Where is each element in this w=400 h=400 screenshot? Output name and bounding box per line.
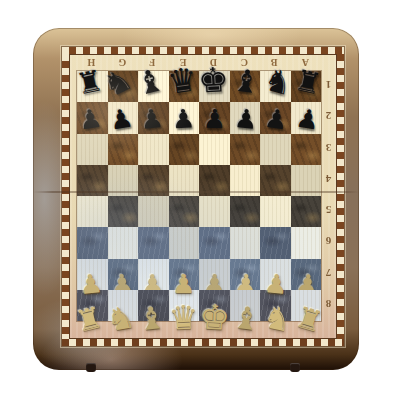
square-b4 [260,165,291,196]
piece-white-knight: ♞ [104,301,137,336]
square-a5 [291,196,322,227]
square-b5 [260,196,291,227]
square-d8: ♚ [199,290,230,321]
square-d2: ♟ [199,102,230,133]
piece-white-bishop: ♝ [137,302,168,336]
square-h5 [77,196,108,227]
square-a7: ♟ [291,259,322,290]
file-label-e: E [168,56,199,69]
square-b6 [260,227,291,258]
square-f2: ♟ [138,102,169,133]
rank-label-3: 3 [321,133,336,164]
piece-black-bishop: ♝ [133,64,167,101]
square-f5 [138,196,169,227]
hinge-clasp-left [86,363,96,372]
square-e3 [169,134,200,165]
square-f4 [138,165,169,196]
square-d4 [199,165,230,196]
square-b2: ♟ [260,102,291,133]
piece-black-pawn: ♟ [107,104,134,134]
square-c6 [230,227,261,258]
playing-field: HGFEDCBA 12345678 ♜♞♝♛♚♝♞♜♟♟♟♟♟♟♟♟♟♟♟♟♟♟… [70,55,336,338]
piece-black-pawn: ♟ [263,104,290,133]
inlay-border-left [62,54,70,339]
square-d7: ♟ [199,259,230,290]
square-b1: ♞ [260,71,291,102]
square-c5 [230,196,261,227]
square-g1: ♞ [108,71,139,102]
piece-white-king: ♚ [199,299,231,335]
square-e6 [169,227,200,258]
inlay-border-right [336,54,344,339]
square-d1: ♚ [199,71,230,102]
square-c2: ♟ [230,102,261,133]
square-h6 [77,227,108,258]
square-d3 [199,134,230,165]
square-h8: ♜ [77,290,108,321]
square-c8: ♝ [230,290,261,321]
rank-label-1: 1 [321,70,336,101]
square-a4 [291,165,322,196]
square-b7: ♟ [260,259,291,290]
file-label-f: F [137,56,168,69]
square-g3 [108,134,139,165]
square-h1: ♜ [77,71,108,102]
piece-black-pawn: ♟ [294,104,321,134]
board-grid: ♜♞♝♛♚♝♞♜♟♟♟♟♟♟♟♟♟♟♟♟♟♟♟♟♜♞♝♛♚♝♞♜ [76,70,322,322]
inlay-border-top [62,47,344,55]
square-h2: ♟ [77,102,108,133]
file-label-d: D [198,56,229,69]
file-label-g: G [107,56,138,69]
file-label-b: B [259,56,290,69]
square-a6 [291,227,322,258]
hinge-clasp-right [290,363,300,372]
product-photo: HGFEDCBA 12345678 ♜♞♝♛♚♝♞♜♟♟♟♟♟♟♟♟♟♟♟♟♟♟… [0,0,400,400]
piece-black-pawn: ♟ [171,105,196,132]
square-c1: ♝ [230,71,261,102]
square-g4 [108,165,139,196]
square-e5 [169,196,200,227]
square-e1: ♛ [169,71,200,102]
file-label-h: H [76,56,107,69]
rank-label-6: 6 [321,226,336,257]
square-g6 [108,227,139,258]
square-e2: ♟ [169,102,200,133]
square-f7: ♟ [138,259,169,290]
square-e8: ♛ [169,290,200,321]
inlaid-panel: HGFEDCBA 12345678 ♜♞♝♛♚♝♞♜♟♟♟♟♟♟♟♟♟♟♟♟♟♟… [62,47,344,346]
square-g7: ♟ [108,259,139,290]
square-f6 [138,227,169,258]
file-label-c: C [229,56,260,69]
piece-black-pawn: ♟ [233,105,258,133]
square-f3 [138,134,169,165]
square-h4 [77,165,108,196]
piece-black-pawn: ♟ [202,105,226,132]
square-c7: ♟ [230,259,261,290]
square-f8: ♝ [138,290,169,321]
square-c4 [230,165,261,196]
piece-black-rook: ♜ [74,66,105,100]
square-a8: ♜ [291,290,322,321]
square-c3 [230,134,261,165]
square-e4 [169,165,200,196]
file-label-a: A [290,56,321,69]
square-h7: ♟ [77,259,108,290]
inlay-border-bottom [62,338,344,346]
piece-white-bishop: ♝ [231,302,262,336]
square-g8: ♞ [108,290,139,321]
square-h3 [77,134,108,165]
piece-black-bishop: ♝ [231,65,262,99]
piece-white-queen: ♛ [168,301,199,335]
rank-labels-right: 12345678 [321,70,336,320]
rank-label-5: 5 [321,195,336,226]
file-labels-top: HGFEDCBA [76,56,320,69]
square-f1: ♝ [138,71,169,102]
square-a3 [291,134,322,165]
square-e7: ♟ [169,259,200,290]
piece-black-rook: ♜ [292,66,323,100]
piece-white-knight: ♞ [261,301,295,337]
piece-black-pawn: ♟ [78,104,105,133]
rank-label-2: 2 [321,101,336,132]
rank-label-8: 8 [321,289,336,320]
chess-board: HGFEDCBA 12345678 ♜♞♝♛♚♝♞♜♟♟♟♟♟♟♟♟♟♟♟♟♟♟… [33,28,359,370]
square-g2: ♟ [108,102,139,133]
rank-label-7: 7 [321,258,336,289]
square-a2: ♟ [291,102,322,133]
rank-label-4: 4 [321,164,336,195]
piece-white-rook: ♜ [73,303,105,337]
square-d6 [199,227,230,258]
square-b3 [260,134,291,165]
square-b8: ♞ [260,290,291,321]
square-d5 [199,196,230,227]
square-g5 [108,196,139,227]
square-a1: ♜ [291,71,322,102]
piece-black-pawn: ♟ [139,104,165,132]
